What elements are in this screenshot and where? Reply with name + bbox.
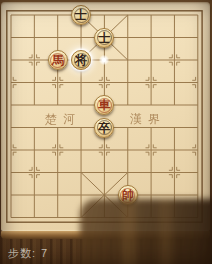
piece-red-horse[interactable]: 馬 [48,50,68,70]
steps-label: 步数: [8,247,36,259]
piece-black-soldier[interactable]: 卒 [94,118,114,138]
river-label-han-jie: 漢界 [130,111,166,128]
game-screen: 楚河 漢界 士士将馬車卒帥 步数:7 [0,0,212,264]
blurred-region [80,199,212,264]
steps-value: 7 [41,247,48,259]
status-bar: 步数:7 [8,246,48,261]
piece-black-advisor[interactable]: 士 [71,5,91,25]
piece-black-advisor[interactable]: 士 [94,28,114,48]
piece-black-general[interactable]: 将 [71,50,91,70]
river-label-chu-he: 楚河 [45,111,81,128]
